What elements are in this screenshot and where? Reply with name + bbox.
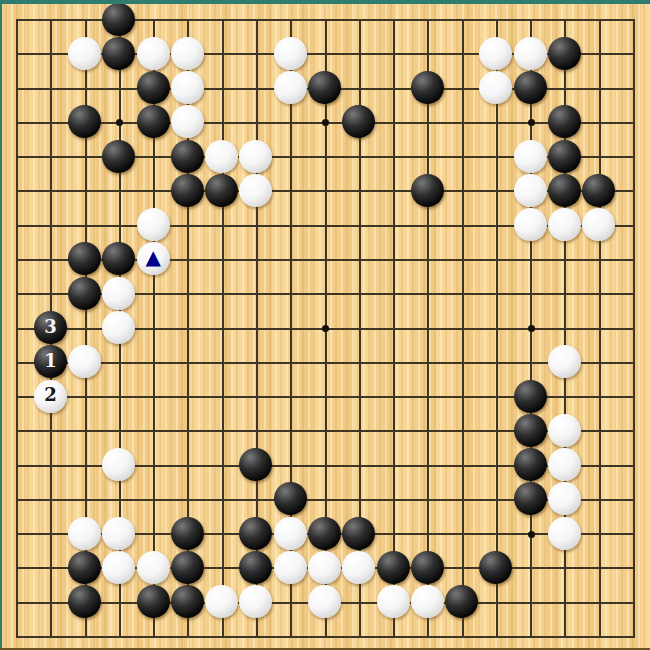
board-cell[interactable]: [307, 447, 341, 481]
board-cell[interactable]: [513, 585, 547, 619]
board-cell[interactable]: [170, 482, 204, 516]
board-cell[interactable]: [444, 173, 478, 207]
board-cell[interactable]: [582, 105, 616, 139]
board-cell[interactable]: [547, 516, 581, 550]
board-cell[interactable]: [513, 36, 547, 70]
board-cell[interactable]: [0, 2, 33, 36]
board-cell[interactable]: [342, 139, 376, 173]
board-cell[interactable]: [102, 173, 136, 207]
board-cell[interactable]: [342, 619, 376, 650]
board-cell[interactable]: [102, 413, 136, 447]
board-cell[interactable]: [307, 71, 341, 105]
board-cell[interactable]: [444, 550, 478, 584]
board-cell[interactable]: [376, 379, 410, 413]
board-cell[interactable]: [547, 36, 581, 70]
board-cell[interactable]: [273, 36, 307, 70]
board-cell[interactable]: [307, 105, 341, 139]
board-cell[interactable]: [0, 36, 33, 70]
board-cell[interactable]: [479, 276, 513, 310]
board-cell[interactable]: [376, 413, 410, 447]
board-cell[interactable]: [547, 276, 581, 310]
board-cell[interactable]: [102, 310, 136, 344]
board-cell[interactable]: [479, 36, 513, 70]
board-cell[interactable]: [616, 447, 650, 481]
board-cell[interactable]: [68, 482, 102, 516]
board-cell[interactable]: [547, 379, 581, 413]
board-cell[interactable]: [410, 345, 444, 379]
board-cell[interactable]: [68, 585, 102, 619]
board-cell[interactable]: [342, 276, 376, 310]
board-cell[interactable]: [547, 345, 581, 379]
board-cell[interactable]: [170, 619, 204, 650]
board-cell[interactable]: [33, 585, 67, 619]
board-cell[interactable]: [239, 242, 273, 276]
board-cell[interactable]: [513, 516, 547, 550]
board-cell[interactable]: [136, 447, 170, 481]
board-cell[interactable]: [410, 2, 444, 36]
board-cell[interactable]: [582, 345, 616, 379]
board-cell[interactable]: [376, 173, 410, 207]
board-cell[interactable]: [444, 379, 478, 413]
board-cell[interactable]: [0, 482, 33, 516]
board-cell[interactable]: [102, 208, 136, 242]
board-cell[interactable]: [342, 105, 376, 139]
board-cell[interactable]: [410, 310, 444, 344]
board-cell[interactable]: [410, 482, 444, 516]
board-cell[interactable]: [307, 173, 341, 207]
board-cell[interactable]: [376, 242, 410, 276]
board-cell[interactable]: [170, 413, 204, 447]
board-cell[interactable]: [307, 379, 341, 413]
board-cell[interactable]: [444, 345, 478, 379]
board-cell[interactable]: [479, 379, 513, 413]
board-cell[interactable]: [102, 345, 136, 379]
board-cell[interactable]: [547, 310, 581, 344]
board-cell[interactable]: [410, 36, 444, 70]
board-cell[interactable]: [170, 447, 204, 481]
board-cell[interactable]: [136, 208, 170, 242]
board-cell[interactable]: [239, 585, 273, 619]
board-cell[interactable]: [33, 516, 67, 550]
board-cell[interactable]: [205, 482, 239, 516]
board-cell[interactable]: [33, 139, 67, 173]
board-cell[interactable]: [582, 208, 616, 242]
board-cell[interactable]: [342, 345, 376, 379]
board-cell[interactable]: [479, 310, 513, 344]
board-cell[interactable]: [205, 139, 239, 173]
board-cell[interactable]: [68, 550, 102, 584]
board-cell[interactable]: [273, 173, 307, 207]
board-cell[interactable]: [170, 242, 204, 276]
board-cell[interactable]: [102, 2, 136, 36]
board-cell[interactable]: [513, 447, 547, 481]
board-cell[interactable]: [513, 105, 547, 139]
board-cell[interactable]: [273, 619, 307, 650]
board-cell[interactable]: [616, 379, 650, 413]
board-cell[interactable]: [616, 173, 650, 207]
board-cell[interactable]: 2: [33, 379, 67, 413]
board-cell[interactable]: [205, 242, 239, 276]
board-cell[interactable]: [68, 619, 102, 650]
board-cell[interactable]: [136, 173, 170, 207]
board-cell[interactable]: [513, 379, 547, 413]
board-cell[interactable]: [342, 36, 376, 70]
board-cell[interactable]: [102, 619, 136, 650]
board-cell[interactable]: [239, 310, 273, 344]
board-cell[interactable]: [479, 345, 513, 379]
board-cell[interactable]: [0, 173, 33, 207]
board-cell[interactable]: [444, 276, 478, 310]
board-cell[interactable]: [616, 310, 650, 344]
board-cell[interactable]: [513, 71, 547, 105]
board-cell[interactable]: [513, 310, 547, 344]
board-cell[interactable]: [342, 173, 376, 207]
board-cell[interactable]: [410, 276, 444, 310]
board-cell[interactable]: [136, 71, 170, 105]
board-cell[interactable]: [307, 585, 341, 619]
board-cell[interactable]: [136, 550, 170, 584]
board-cell[interactable]: [479, 242, 513, 276]
board-cell[interactable]: [136, 516, 170, 550]
board-cell[interactable]: [239, 208, 273, 242]
board-cell[interactable]: [136, 139, 170, 173]
board-cell[interactable]: [582, 413, 616, 447]
board-cell[interactable]: [102, 482, 136, 516]
board-cell[interactable]: [273, 310, 307, 344]
board-cell[interactable]: [342, 550, 376, 584]
board-cell[interactable]: [582, 619, 616, 650]
board-cell[interactable]: [513, 345, 547, 379]
board-cell[interactable]: [376, 105, 410, 139]
board-cell[interactable]: [33, 482, 67, 516]
board-cell[interactable]: [170, 585, 204, 619]
board-cell[interactable]: [582, 276, 616, 310]
board-cell[interactable]: [102, 36, 136, 70]
board-cell[interactable]: [547, 550, 581, 584]
board-cell[interactable]: [170, 71, 204, 105]
board-cell[interactable]: [68, 173, 102, 207]
board-cell[interactable]: [273, 550, 307, 584]
board-cell[interactable]: [376, 36, 410, 70]
board-cell[interactable]: [239, 550, 273, 584]
board-cell[interactable]: [513, 276, 547, 310]
board-cell[interactable]: [205, 310, 239, 344]
board-cell[interactable]: [410, 413, 444, 447]
board-cell[interactable]: [410, 242, 444, 276]
board-cell[interactable]: [33, 105, 67, 139]
board-cell[interactable]: [479, 482, 513, 516]
board-cell[interactable]: [136, 345, 170, 379]
board-cell[interactable]: [102, 447, 136, 481]
board-cell[interactable]: [170, 276, 204, 310]
board-cell[interactable]: [444, 139, 478, 173]
board-cell[interactable]: [513, 139, 547, 173]
board-cell[interactable]: [68, 413, 102, 447]
board-cell[interactable]: [273, 345, 307, 379]
board-cell[interactable]: [33, 447, 67, 481]
board-cell[interactable]: [582, 379, 616, 413]
board-cell[interactable]: [170, 36, 204, 70]
board-cell[interactable]: [102, 71, 136, 105]
board-cell[interactable]: [205, 105, 239, 139]
board-cell[interactable]: [239, 139, 273, 173]
board-cell[interactable]: [444, 619, 478, 650]
board-cell[interactable]: [239, 36, 273, 70]
board-cell[interactable]: [136, 585, 170, 619]
board-cell[interactable]: [33, 71, 67, 105]
board-cell[interactable]: [616, 619, 650, 650]
board-cell[interactable]: [68, 447, 102, 481]
board-cell[interactable]: [102, 276, 136, 310]
board-cell[interactable]: [239, 379, 273, 413]
board-cell[interactable]: [444, 413, 478, 447]
board-cell[interactable]: [0, 447, 33, 481]
board-cell[interactable]: [513, 619, 547, 650]
board-cell[interactable]: [273, 482, 307, 516]
board-cell[interactable]: [170, 550, 204, 584]
board-cell[interactable]: [239, 2, 273, 36]
board-cell[interactable]: [273, 105, 307, 139]
board-cell[interactable]: [239, 71, 273, 105]
board-cell[interactable]: [33, 276, 67, 310]
board-cell[interactable]: [205, 208, 239, 242]
board-cell[interactable]: [170, 173, 204, 207]
board-cell[interactable]: [342, 71, 376, 105]
board-cell[interactable]: [239, 482, 273, 516]
board-cell[interactable]: [444, 208, 478, 242]
board-cell[interactable]: [444, 310, 478, 344]
board-cell[interactable]: [376, 585, 410, 619]
board-cell[interactable]: [616, 550, 650, 584]
board-cell[interactable]: [616, 36, 650, 70]
board-cell[interactable]: [444, 447, 478, 481]
board-cell[interactable]: [307, 619, 341, 650]
board-cell[interactable]: [547, 619, 581, 650]
board-cell[interactable]: [170, 310, 204, 344]
board-cell[interactable]: [513, 242, 547, 276]
board-cell[interactable]: [0, 105, 33, 139]
board-cell[interactable]: [479, 516, 513, 550]
board-cell[interactable]: [307, 242, 341, 276]
board-cell[interactable]: [444, 105, 478, 139]
board-cell[interactable]: [136, 482, 170, 516]
board-cell[interactable]: [582, 310, 616, 344]
board-cell[interactable]: [376, 550, 410, 584]
board-cell[interactable]: [170, 105, 204, 139]
board-cell[interactable]: [273, 71, 307, 105]
board-cell[interactable]: [547, 139, 581, 173]
board-cell[interactable]: [547, 105, 581, 139]
board-cell[interactable]: [582, 242, 616, 276]
board-cell[interactable]: [170, 379, 204, 413]
board-cell[interactable]: [68, 139, 102, 173]
board-cell[interactable]: [273, 208, 307, 242]
board-cell[interactable]: [102, 242, 136, 276]
board-cell[interactable]: [479, 71, 513, 105]
board-cell[interactable]: [273, 413, 307, 447]
board-cell[interactable]: [444, 36, 478, 70]
board-cell[interactable]: [68, 208, 102, 242]
board-cell[interactable]: [547, 482, 581, 516]
board-cell[interactable]: [205, 550, 239, 584]
board-cell[interactable]: [616, 516, 650, 550]
board-cell[interactable]: [410, 516, 444, 550]
board-cell[interactable]: [616, 276, 650, 310]
board-cell[interactable]: [342, 208, 376, 242]
board-cell[interactable]: [616, 71, 650, 105]
board-cell[interactable]: [479, 413, 513, 447]
board-cell[interactable]: [513, 550, 547, 584]
board-cell[interactable]: [239, 276, 273, 310]
board-cell[interactable]: [616, 2, 650, 36]
board-cell[interactable]: [410, 208, 444, 242]
board-cell[interactable]: [0, 276, 33, 310]
board-cell[interactable]: [410, 447, 444, 481]
board-cell[interactable]: [479, 619, 513, 650]
board-cell[interactable]: [205, 447, 239, 481]
board-cell[interactable]: [205, 619, 239, 650]
board-cell[interactable]: [0, 619, 33, 650]
board-cell[interactable]: [582, 447, 616, 481]
board-cell[interactable]: [0, 139, 33, 173]
board-cell[interactable]: [102, 550, 136, 584]
board-cell[interactable]: [0, 242, 33, 276]
board-cell[interactable]: [616, 482, 650, 516]
board-cell[interactable]: [444, 585, 478, 619]
board-cell[interactable]: [582, 482, 616, 516]
board-cell[interactable]: [513, 2, 547, 36]
board-cell[interactable]: [376, 208, 410, 242]
board-cell[interactable]: [547, 242, 581, 276]
board-cell[interactable]: [68, 71, 102, 105]
board-cell[interactable]: [0, 550, 33, 584]
board-cell[interactable]: [307, 413, 341, 447]
board-cell[interactable]: [376, 2, 410, 36]
board-cell[interactable]: [239, 173, 273, 207]
board-cell[interactable]: [616, 585, 650, 619]
board-cell[interactable]: [479, 447, 513, 481]
board-cell[interactable]: [273, 139, 307, 173]
board-cell[interactable]: [102, 379, 136, 413]
board-cell[interactable]: [582, 71, 616, 105]
board-cell[interactable]: [33, 242, 67, 276]
board-cell[interactable]: [547, 71, 581, 105]
board-cell[interactable]: [547, 413, 581, 447]
board-cell[interactable]: [410, 71, 444, 105]
board-cell[interactable]: [547, 173, 581, 207]
board-cell[interactable]: [33, 550, 67, 584]
board-cell[interactable]: [273, 516, 307, 550]
board-cell[interactable]: [170, 345, 204, 379]
board-cell[interactable]: [410, 173, 444, 207]
board-cell[interactable]: [68, 516, 102, 550]
board-cell[interactable]: [479, 105, 513, 139]
board-cell[interactable]: [33, 36, 67, 70]
board-cell[interactable]: [273, 585, 307, 619]
board-cell[interactable]: [410, 619, 444, 650]
board-cell[interactable]: [410, 550, 444, 584]
board-cell[interactable]: [376, 619, 410, 650]
board-cell[interactable]: [0, 585, 33, 619]
board-cell[interactable]: [239, 619, 273, 650]
board-cell[interactable]: [410, 105, 444, 139]
board-cell[interactable]: [68, 36, 102, 70]
board-cell[interactable]: [239, 516, 273, 550]
board-cell[interactable]: [205, 379, 239, 413]
board-cell[interactable]: [307, 139, 341, 173]
board-cell[interactable]: [205, 585, 239, 619]
board-cell[interactable]: [205, 413, 239, 447]
board-cell[interactable]: [547, 585, 581, 619]
board-cell[interactable]: [102, 585, 136, 619]
board-cell[interactable]: [170, 208, 204, 242]
board-cell[interactable]: [170, 2, 204, 36]
board-cell[interactable]: [205, 36, 239, 70]
board-cell[interactable]: [0, 310, 33, 344]
board-cell[interactable]: [342, 413, 376, 447]
board-cell[interactable]: [444, 71, 478, 105]
board-cell[interactable]: [582, 516, 616, 550]
board-cell[interactable]: [342, 516, 376, 550]
board-cell[interactable]: [547, 2, 581, 36]
board-cell[interactable]: [273, 379, 307, 413]
board-cell[interactable]: [444, 516, 478, 550]
board-cell[interactable]: [307, 345, 341, 379]
board-cell[interactable]: [33, 619, 67, 650]
board-cell[interactable]: [582, 36, 616, 70]
board-cell[interactable]: [102, 516, 136, 550]
board-cell[interactable]: [513, 482, 547, 516]
board-cell[interactable]: [342, 310, 376, 344]
board-cell[interactable]: [444, 2, 478, 36]
board-cell[interactable]: [239, 447, 273, 481]
board-cell[interactable]: [479, 208, 513, 242]
board-cell[interactable]: [410, 379, 444, 413]
board-cell[interactable]: [547, 447, 581, 481]
board-cell[interactable]: [33, 208, 67, 242]
board-cell[interactable]: [170, 139, 204, 173]
board-cell[interactable]: [513, 413, 547, 447]
board-cell[interactable]: [616, 139, 650, 173]
board-cell[interactable]: [68, 242, 102, 276]
board-cell[interactable]: [479, 585, 513, 619]
board-cell[interactable]: [0, 208, 33, 242]
board-cell[interactable]: [376, 447, 410, 481]
board-cell[interactable]: ▲: [136, 242, 170, 276]
board-cell[interactable]: [0, 345, 33, 379]
board-cell[interactable]: [33, 2, 67, 36]
board-cell[interactable]: [170, 516, 204, 550]
board-cell[interactable]: [376, 310, 410, 344]
board-cell[interactable]: [582, 550, 616, 584]
board-cell[interactable]: [205, 516, 239, 550]
board-cell[interactable]: [342, 447, 376, 481]
board-cell[interactable]: [582, 2, 616, 36]
board-cell[interactable]: [479, 139, 513, 173]
board-cell[interactable]: [616, 345, 650, 379]
board-cell[interactable]: [205, 276, 239, 310]
board-cell[interactable]: [68, 310, 102, 344]
board-cell[interactable]: [444, 242, 478, 276]
board-cell[interactable]: [102, 139, 136, 173]
board-cell[interactable]: [513, 208, 547, 242]
board-cell[interactable]: [342, 379, 376, 413]
board-cell[interactable]: [342, 242, 376, 276]
board-cell[interactable]: [307, 482, 341, 516]
board-cell[interactable]: [273, 276, 307, 310]
board-cell[interactable]: [273, 242, 307, 276]
board-cell[interactable]: [616, 413, 650, 447]
